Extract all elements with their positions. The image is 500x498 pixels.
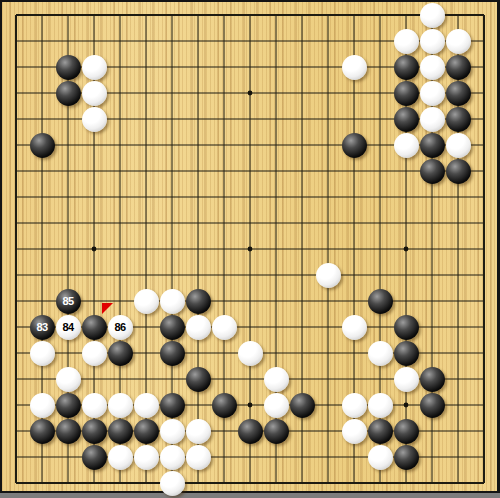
black-stone: 85 [56,289,81,314]
black-stone [56,393,81,418]
white-stone: 86 [108,315,133,340]
black-stone [30,133,55,158]
white-stone [160,289,185,314]
black-stone [368,419,393,444]
white-stone [420,55,445,80]
move-number-label: 86 [114,322,125,333]
white-stone [342,55,367,80]
black-stone [56,55,81,80]
white-stone [394,133,419,158]
white-stone [82,393,107,418]
black-stone [108,341,133,366]
go-app-window: 85838486 [0,0,500,498]
black-stone [394,107,419,132]
white-stone [368,445,393,470]
black-stone [446,107,471,132]
black-stone [134,419,159,444]
black-stone: 83 [30,315,55,340]
white-stone [186,419,211,444]
white-stone [446,133,471,158]
black-stone [108,419,133,444]
white-stone [238,341,263,366]
move-number-label: 85 [62,296,73,307]
black-stone [394,419,419,444]
white-stone [342,393,367,418]
black-stone [186,289,211,314]
black-stone [446,159,471,184]
white-stone [420,3,445,28]
white-stone [368,393,393,418]
white-stone [212,315,237,340]
white-stone [420,81,445,106]
white-stone [394,367,419,392]
white-stone [160,471,185,496]
white-stone [82,341,107,366]
white-stone [82,55,107,80]
black-stone [212,393,237,418]
move-number-label: 84 [62,322,73,333]
white-stone [108,393,133,418]
black-stone [160,315,185,340]
black-stone [368,289,393,314]
white-stone [56,367,81,392]
white-stone [82,107,107,132]
black-stone [30,419,55,444]
black-stone [290,393,315,418]
black-stone [420,393,445,418]
black-stone [82,419,107,444]
move-number-label: 83 [36,322,47,333]
last-move-marker [102,303,113,314]
black-stone [82,315,107,340]
white-stone [134,289,159,314]
black-stone [394,445,419,470]
white-stone [160,419,185,444]
black-stone [56,81,81,106]
black-stone [186,367,211,392]
black-stone [420,133,445,158]
white-stone [134,445,159,470]
white-stone [264,393,289,418]
black-stone [394,341,419,366]
black-stone [394,81,419,106]
white-stone [420,107,445,132]
white-stone [186,315,211,340]
black-stone [342,133,367,158]
white-stone [82,81,107,106]
black-stone [394,55,419,80]
black-stone [82,445,107,470]
black-stone [160,341,185,366]
black-stone [160,393,185,418]
white-stone [316,263,341,288]
black-stone [264,419,289,444]
go-board[interactable]: 85838486 [3,2,497,496]
white-stone [108,445,133,470]
white-stone [134,393,159,418]
white-stone [186,445,211,470]
white-stone [30,341,55,366]
white-stone [342,419,367,444]
black-stone [420,367,445,392]
black-stone [238,419,263,444]
white-stone [342,315,367,340]
white-stone [368,341,393,366]
white-stone: 84 [56,315,81,340]
black-stone [446,55,471,80]
white-stone [30,393,55,418]
white-stone [420,29,445,54]
black-stone [394,315,419,340]
black-stone [56,419,81,444]
white-stone [394,29,419,54]
black-stone [446,81,471,106]
white-stone [264,367,289,392]
black-stone [420,159,445,184]
white-stone [160,445,185,470]
white-stone [446,29,471,54]
